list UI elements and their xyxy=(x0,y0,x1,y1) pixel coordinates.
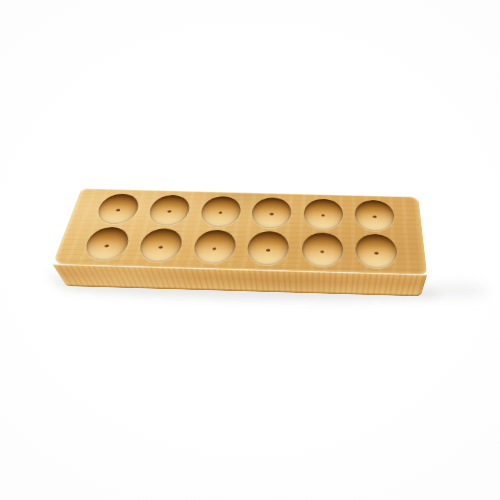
board-shadow-right xyxy=(416,284,488,297)
pit-center-hole xyxy=(116,209,120,211)
pit-center-hole xyxy=(105,244,109,247)
pit-center-hole xyxy=(270,213,274,215)
pit-r2c2[interactable] xyxy=(136,228,185,262)
pit-center-hole xyxy=(373,215,377,217)
board-top-face xyxy=(52,188,427,274)
pit-r2c3[interactable] xyxy=(191,230,238,265)
pit-r1c5[interactable] xyxy=(303,198,343,230)
pit-center-hole xyxy=(266,249,270,252)
pit-grid xyxy=(52,188,427,274)
pit-center-hole xyxy=(158,246,162,249)
mancala-board xyxy=(52,188,427,274)
pit-r1c2[interactable] xyxy=(146,194,192,225)
pit-r1c6[interactable] xyxy=(355,199,396,231)
pit-r1c1[interactable] xyxy=(94,193,142,224)
pit-r2c6[interactable] xyxy=(356,234,399,269)
photo-canvas: { "game": "mancala", "board": { "type": … xyxy=(0,0,500,500)
pit-r1c4[interactable] xyxy=(250,197,292,228)
pit-center-hole xyxy=(375,252,379,255)
pit-center-hole xyxy=(167,210,171,212)
pit-center-hole xyxy=(212,247,216,250)
pit-r2c4[interactable] xyxy=(246,231,290,266)
pit-r2c1[interactable] xyxy=(82,227,133,261)
pit-center-hole xyxy=(321,214,325,216)
pit-r2c5[interactable] xyxy=(301,232,343,267)
scene xyxy=(0,0,500,500)
pit-r1c3[interactable] xyxy=(198,196,242,227)
pit-center-hole xyxy=(320,250,324,253)
pit-center-hole xyxy=(218,211,222,213)
